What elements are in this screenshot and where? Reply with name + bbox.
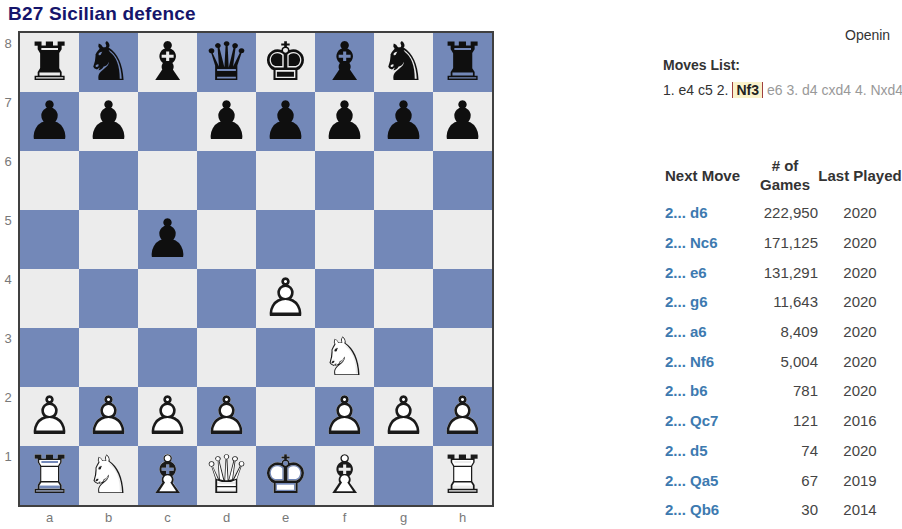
next-move-link[interactable]: 2... Nf6: [660, 353, 752, 370]
square-b1[interactable]: ♞♘: [79, 446, 138, 505]
square-h8[interactable]: ♜: [433, 33, 492, 92]
square-e4[interactable]: ♟♙: [256, 269, 315, 328]
table-row: 2... Nc6171,1252020: [660, 228, 902, 258]
file-label-b: b: [79, 510, 138, 525]
piece-black-pawn: ♟: [433, 92, 492, 151]
last-played-year: 2019: [818, 472, 902, 489]
table-row: 2... g611,6432020: [660, 287, 902, 317]
piece-white-pawn: ♟♙: [433, 387, 492, 446]
piece-white-pawn: ♟♙: [79, 387, 138, 446]
square-c2[interactable]: ♟♙: [138, 387, 197, 446]
piece-black-pawn: ♟: [256, 92, 315, 151]
next-move-link[interactable]: 2... Qc7: [660, 412, 752, 429]
piece-white-pawn: ♟♙: [20, 387, 79, 446]
square-b3[interactable]: [79, 328, 138, 387]
piece-white-rook: ♜♖: [20, 446, 79, 505]
piece-black-bishop: ♝: [138, 33, 197, 92]
file-label-e: e: [256, 510, 315, 525]
last-played-year: 2020: [818, 234, 902, 251]
table-row: 2... d6222,9502020: [660, 198, 902, 228]
last-played-year: 2020: [818, 382, 902, 399]
last-played-year: 2020: [818, 442, 902, 459]
file-label-g: g: [374, 510, 433, 525]
square-g8[interactable]: ♞: [374, 33, 433, 92]
rank-label-2: 2: [1, 390, 15, 405]
table-row: 2... Nf65,0042020: [660, 346, 902, 376]
next-move-link[interactable]: 2... a6: [660, 323, 752, 340]
rank-label-1: 1: [1, 449, 15, 464]
square-g6[interactable]: [374, 151, 433, 210]
table-row: 2... b67812020: [660, 376, 902, 406]
square-d1[interactable]: ♛♕: [197, 446, 256, 505]
next-move-link[interactable]: 2... d5: [660, 442, 752, 459]
last-played-year: 2014: [818, 501, 902, 518]
last-played-year: 2020: [818, 353, 902, 370]
piece-white-bishop: ♝♗: [138, 446, 197, 505]
next-move-link[interactable]: 2... e6: [660, 264, 752, 281]
header-last-played: Last Played: [818, 167, 902, 184]
moves-continuation[interactable]: e6 3. d4 cxd4 4. Nxd4: [767, 82, 902, 98]
square-h1[interactable]: ♜♖: [433, 446, 492, 505]
table-row: 2... Qa5672019: [660, 465, 902, 495]
games-count: 30: [752, 501, 818, 518]
piece-black-rook: ♜: [20, 33, 79, 92]
piece-white-pawn: ♟♙: [197, 387, 256, 446]
square-a6[interactable]: [20, 151, 79, 210]
piece-white-pawn: ♟♙: [374, 387, 433, 446]
games-count: 121: [752, 412, 818, 429]
games-count: 171,125: [752, 234, 818, 251]
piece-white-rook: ♜♖: [433, 446, 492, 505]
header-num-games: # of Games: [752, 156, 818, 194]
square-c4[interactable]: [138, 269, 197, 328]
table-row: 2... d5742020: [660, 436, 902, 466]
square-h7[interactable]: ♟: [433, 92, 492, 151]
square-e8[interactable]: ♚: [256, 33, 315, 92]
games-count: 222,950: [752, 204, 818, 221]
square-e3[interactable]: [256, 328, 315, 387]
last-played-year: 2020: [818, 323, 902, 340]
square-g4[interactable]: [374, 269, 433, 328]
square-a4[interactable]: [20, 269, 79, 328]
piece-white-pawn: ♟♙: [138, 387, 197, 446]
square-g3[interactable]: [374, 328, 433, 387]
games-count: 5,004: [752, 353, 818, 370]
moves-list-label: Moves List:: [663, 57, 740, 73]
square-a2[interactable]: ♟♙: [20, 387, 79, 446]
rank-label-7: 7: [1, 95, 15, 110]
square-f4[interactable]: [315, 269, 374, 328]
square-e7[interactable]: ♟: [256, 92, 315, 151]
rank-label-5: 5: [1, 213, 15, 228]
square-a7[interactable]: ♟: [20, 92, 79, 151]
square-e2[interactable]: [256, 387, 315, 446]
square-f3[interactable]: ♞♘: [315, 328, 374, 387]
last-played-year: 2016: [818, 412, 902, 429]
current-move-highlight[interactable]: Nf3: [732, 82, 763, 98]
square-h2[interactable]: ♟♙: [433, 387, 492, 446]
square-c7[interactable]: [138, 92, 197, 151]
square-f7[interactable]: ♟: [315, 92, 374, 151]
file-label-c: c: [138, 510, 197, 525]
table-row: 2... a68,4092020: [660, 317, 902, 347]
square-e1[interactable]: ♚♔: [256, 446, 315, 505]
next-move-link[interactable]: 2... d6: [660, 204, 752, 221]
square-f1[interactable]: ♝♗: [315, 446, 374, 505]
next-move-link[interactable]: 2... Qb6: [660, 501, 752, 518]
games-count: 131,291: [752, 264, 818, 281]
square-h4[interactable]: [433, 269, 492, 328]
file-label-d: d: [197, 510, 256, 525]
square-d6[interactable]: [197, 151, 256, 210]
last-played-year: 2020: [818, 264, 902, 281]
piece-white-king: ♚♔: [256, 446, 315, 505]
file-label-f: f: [315, 510, 374, 525]
square-d2[interactable]: ♟♙: [197, 387, 256, 446]
square-c5[interactable]: ♟: [138, 210, 197, 269]
piece-black-pawn: ♟: [138, 210, 197, 269]
square-e6[interactable]: [256, 151, 315, 210]
piece-black-queen: ♛: [197, 33, 256, 92]
last-played-year: 2020: [818, 204, 902, 221]
next-move-link[interactable]: 2... Qa5: [660, 472, 752, 489]
square-c1[interactable]: ♝♗: [138, 446, 197, 505]
piece-white-knight: ♞♘: [79, 446, 138, 505]
piece-black-king: ♚: [256, 33, 315, 92]
square-d3[interactable]: [197, 328, 256, 387]
file-label-a: a: [20, 510, 79, 525]
table-row: 2... Qb6302014: [660, 495, 902, 525]
piece-black-pawn: ♟: [20, 92, 79, 151]
square-a3[interactable]: [20, 328, 79, 387]
table-row: 2... e6131,2912020: [660, 257, 902, 287]
moves-list: 1. e4 c5 2.Nf3e6 3. d4 cxd4 4. Nxd4: [663, 82, 902, 98]
square-f5[interactable]: [315, 210, 374, 269]
piece-black-pawn: ♟: [315, 92, 374, 151]
square-b5[interactable]: [79, 210, 138, 269]
square-d8[interactable]: ♛: [197, 33, 256, 92]
opening-header-text: Openin: [845, 27, 902, 43]
next-move-link[interactable]: 2... Nc6: [660, 234, 752, 251]
games-count: 67: [752, 472, 818, 489]
last-played-year: 2020: [818, 293, 902, 310]
games-count: 8,409: [752, 323, 818, 340]
square-d5[interactable]: [197, 210, 256, 269]
square-g7[interactable]: ♟: [374, 92, 433, 151]
next-move-link[interactable]: 2... g6: [660, 293, 752, 310]
square-f8[interactable]: ♝: [315, 33, 374, 92]
rank-label-8: 8: [1, 36, 15, 51]
square-g2[interactable]: ♟♙: [374, 387, 433, 446]
square-g1[interactable]: [374, 446, 433, 505]
piece-black-rook: ♜: [433, 33, 492, 92]
piece-black-bishop: ♝: [315, 33, 374, 92]
file-label-h: h: [433, 510, 492, 525]
opening-explorer-table: Next Move # of Games Last Played 2... d6…: [660, 152, 902, 525]
square-e5[interactable]: [256, 210, 315, 269]
square-g5[interactable]: [374, 210, 433, 269]
square-c8[interactable]: ♝: [138, 33, 197, 92]
moves-played[interactable]: 1. e4 c5 2.: [663, 82, 728, 98]
rank-label-6: 6: [1, 154, 15, 169]
square-b7[interactable]: ♟: [79, 92, 138, 151]
piece-black-knight: ♞: [374, 33, 433, 92]
table-row: 2... Qc71212016: [660, 406, 902, 436]
square-d4[interactable]: [197, 269, 256, 328]
square-a1[interactable]: ♜♖: [20, 446, 79, 505]
games-count: 74: [752, 442, 818, 459]
square-b2[interactable]: ♟♙: [79, 387, 138, 446]
square-b4[interactable]: [79, 269, 138, 328]
rank-label-4: 4: [1, 272, 15, 287]
games-count: 11,643: [752, 293, 818, 310]
square-b8[interactable]: ♞: [79, 33, 138, 92]
square-b6[interactable]: [79, 151, 138, 210]
rank-label-3: 3: [1, 331, 15, 346]
square-f2[interactable]: ♟♙: [315, 387, 374, 446]
piece-black-pawn: ♟: [197, 92, 256, 151]
piece-white-queen: ♛♕: [197, 446, 256, 505]
piece-black-pawn: ♟: [374, 92, 433, 151]
square-d7[interactable]: ♟: [197, 92, 256, 151]
next-move-link[interactable]: 2... b6: [660, 382, 752, 399]
square-h6[interactable]: [433, 151, 492, 210]
piece-white-pawn: ♟♙: [315, 387, 374, 446]
chess-board: ♜♞♝♛♚♝♞♜♟♟♟♟♟♟♟♟♟♙♞♘♟♙♟♙♟♙♟♙♟♙♟♙♟♙♜♖♞♘♝♗…: [18, 31, 494, 507]
square-h3[interactable]: [433, 328, 492, 387]
header-next-move: Next Move: [660, 167, 752, 184]
square-a8[interactable]: ♜: [20, 33, 79, 92]
piece-black-pawn: ♟: [79, 92, 138, 151]
square-h5[interactable]: [433, 210, 492, 269]
games-count: 781: [752, 382, 818, 399]
piece-white-knight: ♞♘: [315, 328, 374, 387]
table-header-row: Next Move # of Games Last Played: [660, 152, 902, 198]
page-title: B27 Sicilian defence: [8, 3, 196, 25]
piece-black-knight: ♞: [79, 33, 138, 92]
square-a5[interactable]: [20, 210, 79, 269]
square-c6[interactable]: [138, 151, 197, 210]
square-c3[interactable]: [138, 328, 197, 387]
square-f6[interactable]: [315, 151, 374, 210]
piece-white-pawn: ♟♙: [256, 269, 315, 328]
piece-white-bishop: ♝♗: [315, 446, 374, 505]
